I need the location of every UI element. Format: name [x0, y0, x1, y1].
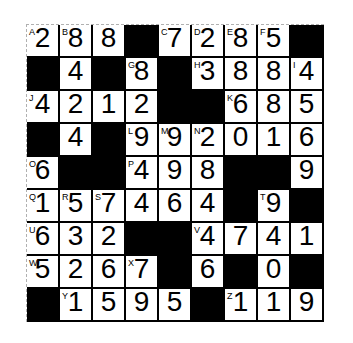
black-cell	[93, 157, 126, 190]
cell-digit: 6	[200, 255, 216, 283]
grid-cell[interactable]: 5	[93, 289, 126, 322]
cell-digit: 1	[101, 90, 117, 118]
cell-digit: 5	[266, 24, 282, 52]
grid-cell[interactable]: M9	[159, 124, 192, 157]
grid-cell[interactable]: Y1	[60, 289, 93, 322]
cell-digit: 3	[200, 57, 216, 85]
grid-cell[interactable]: E8	[225, 25, 258, 58]
cell-digit: 1	[233, 288, 249, 316]
black-cell	[192, 91, 225, 124]
puzzle-board: A2B88C7D2E8F54G8H388I4J4212K6854L9M9N201…	[26, 24, 324, 322]
grid-cell[interactable]: 6	[192, 256, 225, 289]
cell-digit: 2	[200, 24, 216, 52]
grid-cell[interactable]: R5	[60, 190, 93, 223]
clue-label: Z	[227, 292, 233, 301]
black-cell	[192, 289, 225, 322]
cell-digit: 4	[299, 57, 315, 85]
grid-cell[interactable]: 0	[258, 256, 291, 289]
cell-digit: 4	[68, 123, 84, 151]
grid-cell[interactable]: 9	[291, 289, 324, 322]
cell-digit: 5	[35, 255, 51, 283]
grid-cell[interactable]: 1	[258, 289, 291, 322]
cell-digit: 5	[101, 288, 117, 316]
grid-cell[interactable]: 2	[93, 223, 126, 256]
grid-cell[interactable]: 2	[60, 256, 93, 289]
grid-cell[interactable]: 9	[291, 157, 324, 190]
cell-digit: 0	[233, 123, 249, 151]
black-cell	[27, 289, 60, 322]
grid-cell[interactable]: 3	[60, 223, 93, 256]
cell-digit: 5	[167, 288, 183, 316]
cell-digit: 7	[101, 189, 117, 217]
grid-cell[interactable]: S7	[93, 190, 126, 223]
grid-cell[interactable]: C7	[159, 25, 192, 58]
cell-digit: 1	[266, 123, 282, 151]
clue-label: L	[128, 127, 133, 136]
cell-digit: 8	[68, 24, 84, 52]
cell-digit: 6	[35, 222, 51, 250]
grid-cell[interactable]: 1	[258, 124, 291, 157]
cell-digit: 3	[68, 222, 84, 250]
black-cell	[225, 256, 258, 289]
black-cell	[93, 124, 126, 157]
cell-digit: 5	[299, 90, 315, 118]
black-cell	[225, 157, 258, 190]
grid-cell[interactable]: Q1	[27, 190, 60, 223]
cell-digit: 1	[299, 222, 315, 250]
cell-digit: 4	[200, 189, 216, 217]
grid-cell[interactable]: 5	[291, 91, 324, 124]
cell-digit: 4	[134, 189, 150, 217]
black-cell	[291, 25, 324, 58]
cell-digit: 6	[101, 255, 117, 283]
grid-cell[interactable]: 4	[258, 223, 291, 256]
cell-digit: 2	[101, 222, 117, 250]
grid-cell[interactable]: F5	[258, 25, 291, 58]
grid-cell[interactable]: 8	[225, 58, 258, 91]
cell-digit: 9	[167, 123, 183, 151]
black-cell	[258, 157, 291, 190]
black-cell	[27, 58, 60, 91]
cell-digit: 9	[299, 156, 315, 184]
grid-cell[interactable]: X7	[126, 256, 159, 289]
cell-digit: 2	[134, 90, 150, 118]
grid-cell[interactable]: 4	[126, 190, 159, 223]
cell-digit: 9	[134, 123, 150, 151]
grid-cell[interactable]: 7	[225, 223, 258, 256]
cell-digit: 1	[35, 189, 51, 217]
cell-digit: 2	[68, 255, 84, 283]
grid-cell[interactable]: I4	[291, 58, 324, 91]
grid-cell[interactable]: 2	[60, 91, 93, 124]
grid-cell[interactable]: 1	[93, 91, 126, 124]
black-cell	[159, 256, 192, 289]
cell-digit: 9	[299, 288, 315, 316]
black-cell	[159, 58, 192, 91]
clue-label: T	[260, 193, 266, 202]
grid-cell[interactable]: O6	[27, 157, 60, 190]
cell-digit: 6	[35, 156, 51, 184]
grid-cell[interactable]: D2	[192, 25, 225, 58]
black-cell	[126, 223, 159, 256]
grid-cell[interactable]: 9	[159, 157, 192, 190]
cell-digit: 9	[167, 156, 183, 184]
grid-cell[interactable]: P4	[126, 157, 159, 190]
cell-digit: 6	[299, 123, 315, 151]
grid-cell[interactable]: Z1	[225, 289, 258, 322]
grid-cell[interactable]: 6	[291, 124, 324, 157]
cell-digit: 8	[266, 57, 282, 85]
cell-digit: 4	[200, 222, 216, 250]
grid-cell[interactable]: U6	[27, 223, 60, 256]
cell-digit: 4	[134, 156, 150, 184]
cell-digit: 8	[233, 57, 249, 85]
cell-digit: 8	[200, 156, 216, 184]
cell-digit: 9	[134, 288, 150, 316]
cell-digit: 6	[233, 90, 249, 118]
grid-cell[interactable]: 8	[192, 157, 225, 190]
cell-digit: 2	[68, 90, 84, 118]
cell-digit: 5	[68, 189, 84, 217]
grid-cell[interactable]: 4	[60, 124, 93, 157]
cell-digit: 8	[266, 90, 282, 118]
black-cell	[159, 91, 192, 124]
cell-digit: 2	[200, 123, 216, 151]
grid-cell[interactable]: G8	[126, 58, 159, 91]
grid-cell[interactable]: H3	[192, 58, 225, 91]
grid-cell[interactable]: K6	[225, 91, 258, 124]
cell-digit: 8	[233, 24, 249, 52]
grid-cell[interactable]: 5	[159, 289, 192, 322]
grid-cell[interactable]: 6	[93, 256, 126, 289]
grid-cell[interactable]: 1	[291, 223, 324, 256]
grid-cell[interactable]: 6	[159, 190, 192, 223]
grid-cell[interactable]: 2	[126, 91, 159, 124]
black-cell	[93, 58, 126, 91]
cell-digit: 7	[167, 24, 183, 52]
black-cell	[126, 25, 159, 58]
black-cell	[60, 157, 93, 190]
cell-digit: 4	[266, 222, 282, 250]
grid-cell[interactable]: W5	[27, 256, 60, 289]
grid-cell[interactable]: 0	[225, 124, 258, 157]
cell-digit: 6	[167, 189, 183, 217]
cell-digit: 8	[101, 24, 117, 52]
grid-cell[interactable]: 9	[126, 289, 159, 322]
cell-digit: 4	[68, 57, 84, 85]
grid-cell[interactable]: N2	[192, 124, 225, 157]
black-cell	[225, 190, 258, 223]
black-cell	[291, 256, 324, 289]
grid-cell[interactable]: 8	[93, 25, 126, 58]
grid-cell[interactable]: B8	[60, 25, 93, 58]
grid-cell[interactable]: T9	[258, 190, 291, 223]
black-cell	[291, 190, 324, 223]
clue-label: J	[29, 94, 34, 103]
black-cell	[159, 223, 192, 256]
cell-digit: 7	[134, 255, 150, 283]
grid-cell[interactable]: 4	[60, 58, 93, 91]
grid-cell[interactable]: L9	[126, 124, 159, 157]
grid-cell[interactable]: 8	[258, 58, 291, 91]
grid-cell[interactable]: J4	[27, 91, 60, 124]
cell-digit: 1	[68, 288, 84, 316]
grid-cell[interactable]: V4	[192, 223, 225, 256]
black-cell	[27, 124, 60, 157]
clue-label: F	[260, 28, 266, 37]
cell-digit: 9	[266, 189, 282, 217]
cell-digit: 7	[233, 222, 249, 250]
cell-digit: 0	[266, 255, 282, 283]
cell-digit: 8	[134, 57, 150, 85]
clue-label: I	[293, 61, 296, 70]
grid-cell[interactable]: 8	[258, 91, 291, 124]
grid-cell[interactable]: 4	[192, 190, 225, 223]
grid-cell[interactable]: A2	[27, 25, 60, 58]
cell-digit: 4	[35, 90, 51, 118]
cell-digit: 2	[35, 24, 51, 52]
cell-digit: 1	[266, 288, 282, 316]
